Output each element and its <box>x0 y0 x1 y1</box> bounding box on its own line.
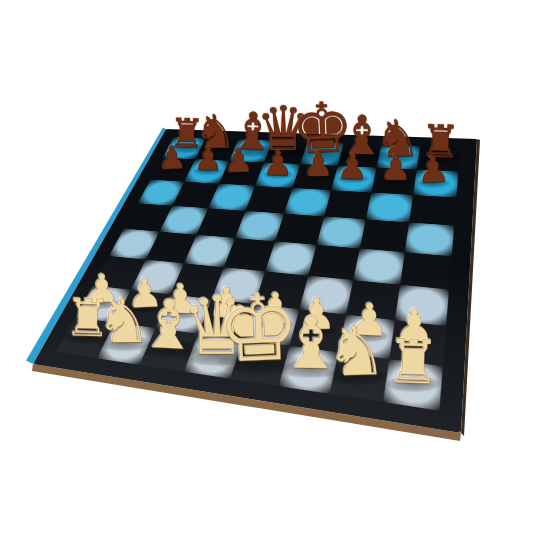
piece-black-pawn-h7[interactable]: ♟ <box>414 151 452 189</box>
piece-black-pawn-b7[interactable]: ♟ <box>192 143 225 176</box>
piece-white-knight-g1[interactable]: ♞ <box>321 316 392 387</box>
piece-black-pawn-c7[interactable]: ♟ <box>222 144 256 178</box>
photo-canvas: ♜♞♝♛♚♝♞♜♟♟♟♟♟♟♟♟♟♟♟♟♟♟♟♟♜♞♝♛♚♝♞♜ <box>0 0 533 533</box>
pieces-layer: ♜♞♝♛♚♝♞♜♟♟♟♟♟♟♟♟♟♟♟♟♟♟♟♟♜♞♝♛♚♝♞♜ <box>0 0 533 533</box>
piece-black-pawn-a7[interactable]: ♟ <box>155 141 189 175</box>
piece-white-rook-h1[interactable]: ♜ <box>382 331 444 393</box>
piece-black-pawn-e7[interactable]: ♟ <box>301 147 336 182</box>
piece-black-pawn-f7[interactable]: ♟ <box>334 148 371 185</box>
piece-black-pawn-g7[interactable]: ♟ <box>378 150 414 186</box>
piece-black-pawn-d7[interactable]: ♟ <box>260 145 295 180</box>
